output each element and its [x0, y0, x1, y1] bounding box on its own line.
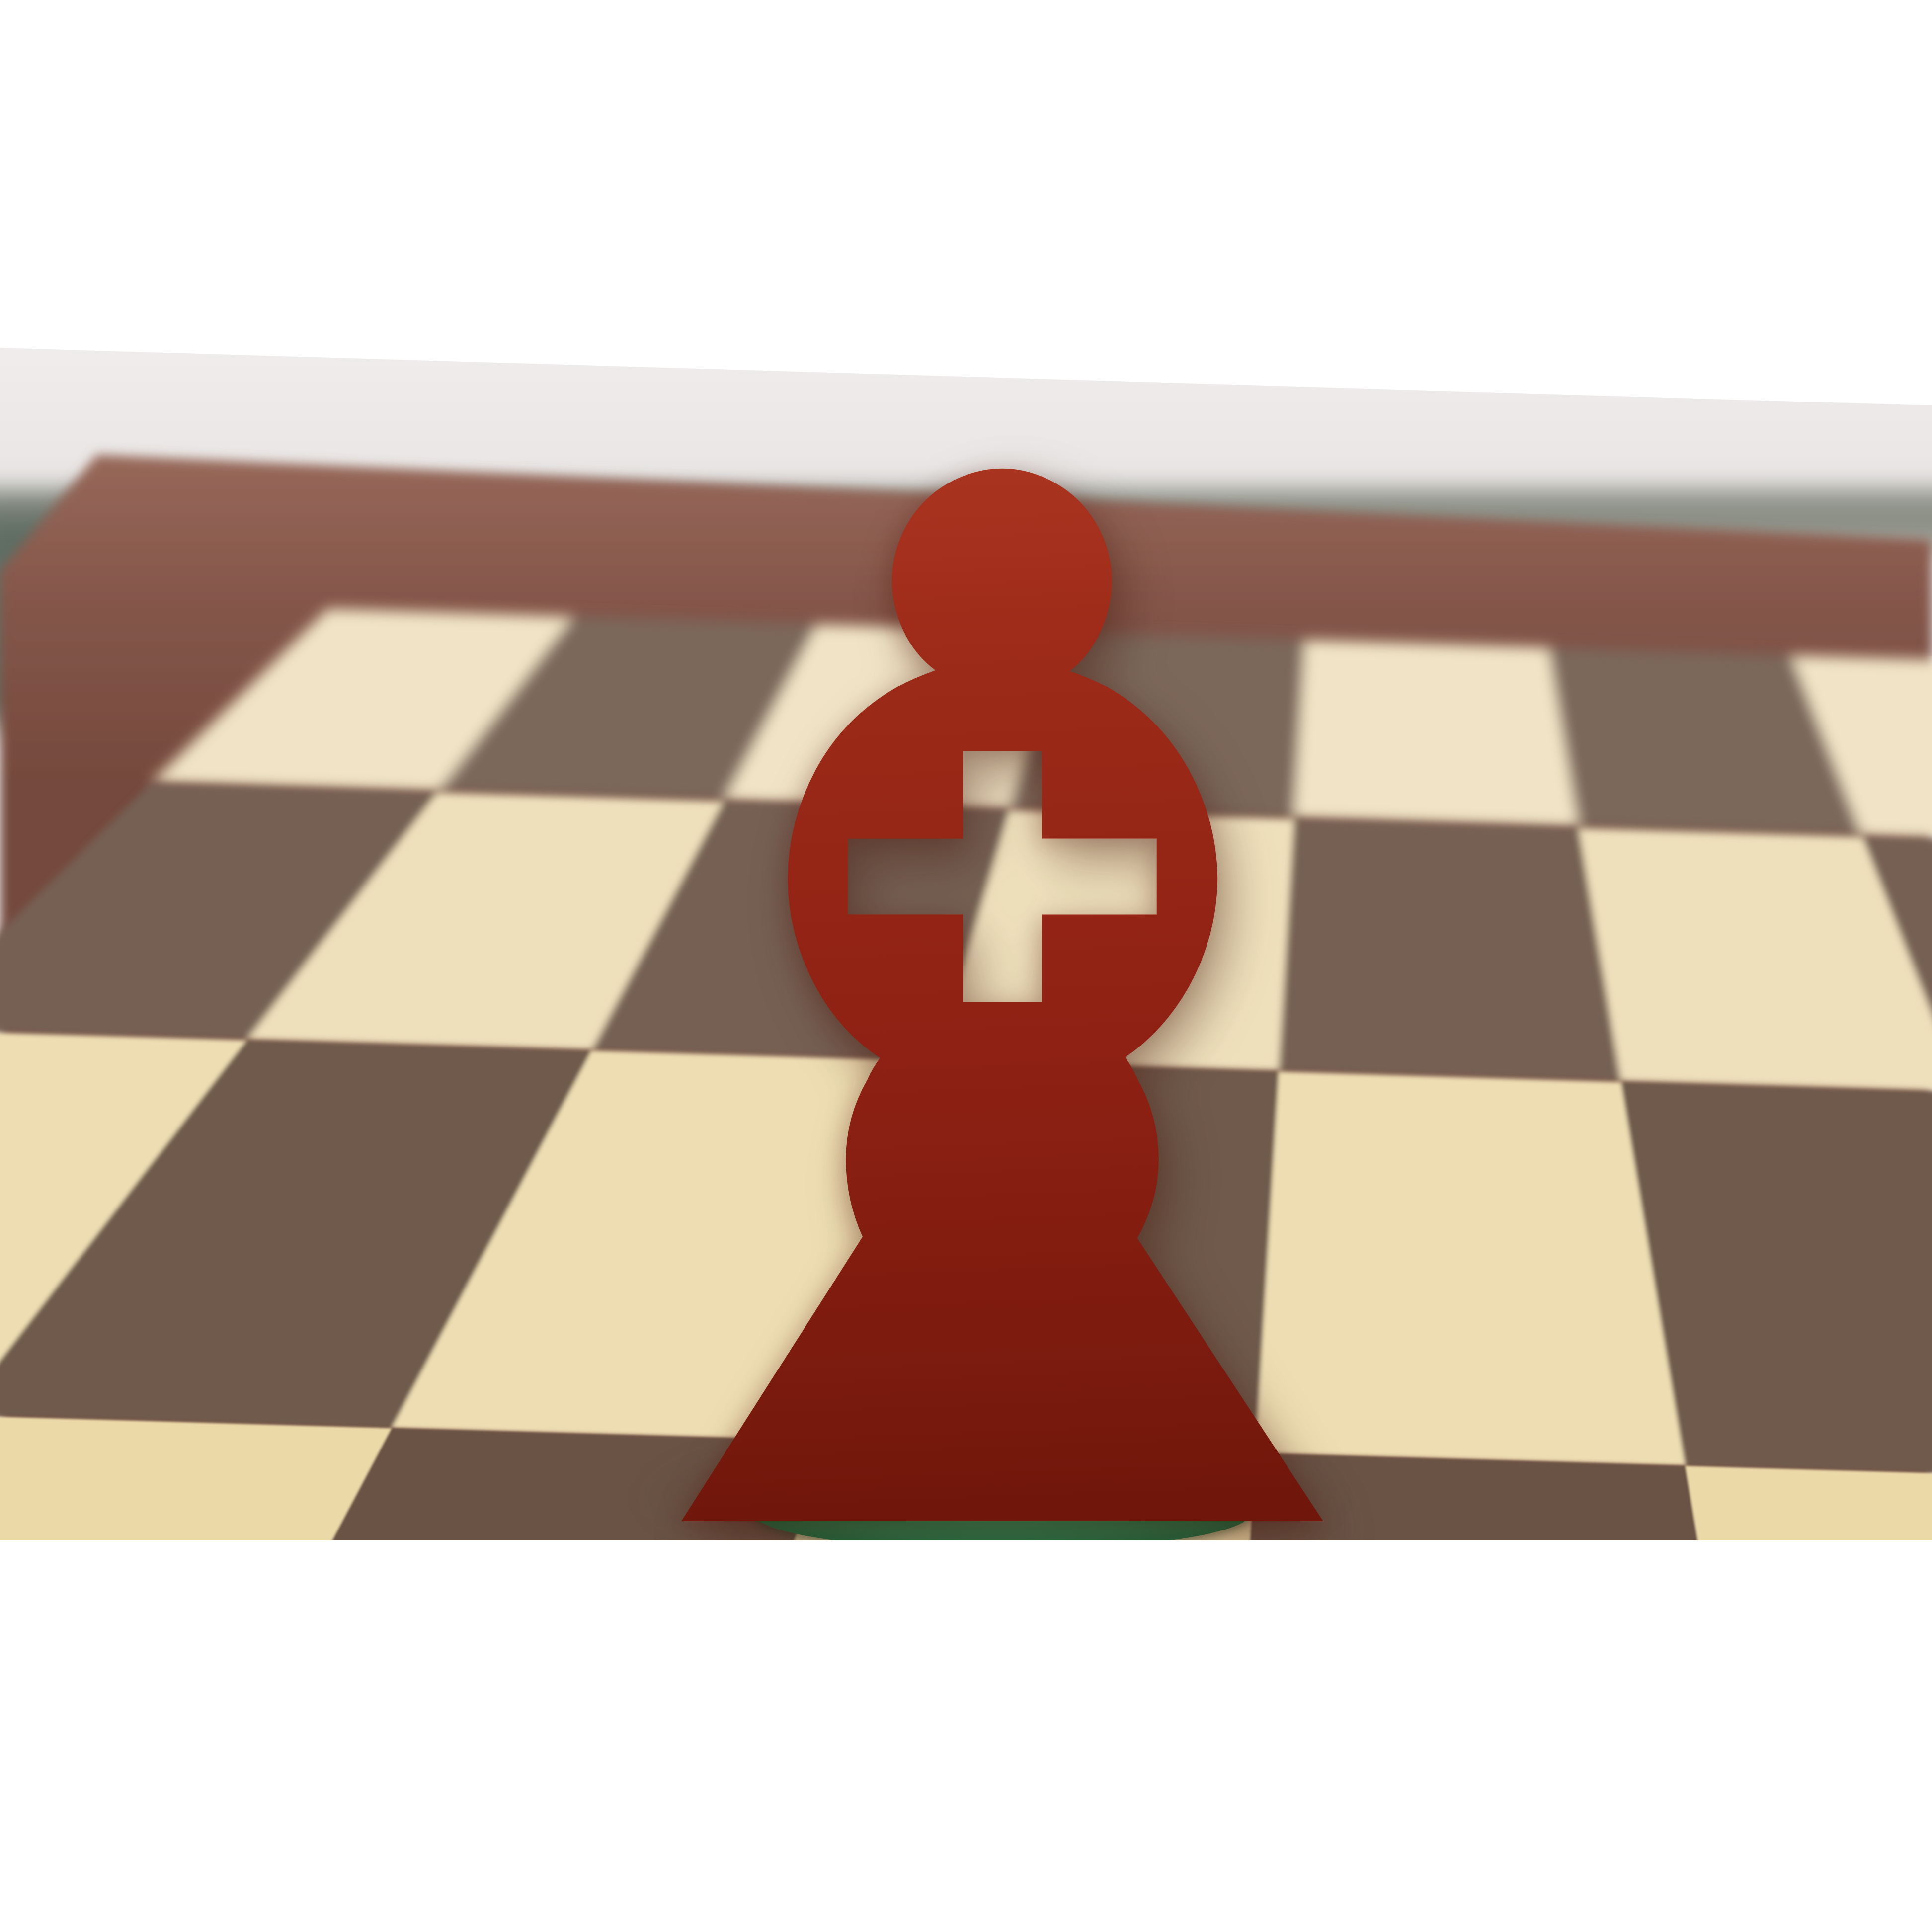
product-photo-scene: ♝	[0, 0, 1932, 1932]
letterbox-bottom	[0, 1540, 1932, 1932]
bishop-piece[interactable]: ♝	[389, 302, 1616, 1743]
